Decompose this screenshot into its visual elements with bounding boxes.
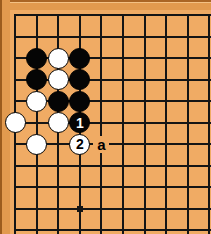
white-stone-move-2: 2 <box>69 134 90 155</box>
white-stone <box>26 134 47 155</box>
black-stone <box>26 48 47 69</box>
grid-line-horizontal <box>14 186 211 188</box>
grid-line-horizontal <box>14 36 211 38</box>
board-frame-top-edge <box>0 0 211 10</box>
white-stone <box>48 48 69 69</box>
grid-line-vertical <box>144 14 146 234</box>
black-stone <box>69 69 90 90</box>
white-stone <box>5 112 26 133</box>
grid-line-horizontal <box>14 165 211 167</box>
grid-line-horizontal <box>14 208 211 210</box>
grid-line-vertical <box>208 14 210 234</box>
grid-line-vertical <box>187 14 189 234</box>
grid-line-vertical <box>165 14 167 234</box>
white-stone <box>48 69 69 90</box>
black-stone <box>69 91 90 112</box>
grid-line-horizontal <box>14 122 211 124</box>
grid-line-vertical <box>122 14 124 234</box>
black-stone <box>48 91 69 112</box>
black-stone-move-1: 1 <box>69 112 90 133</box>
label-point-a: a <box>93 136 109 153</box>
black-stone <box>69 48 90 69</box>
star-point <box>77 206 83 212</box>
white-stone <box>26 91 47 112</box>
go-board-diagram: a12 <box>0 0 211 234</box>
grid-line-vertical <box>100 14 102 234</box>
grid-line-horizontal <box>14 14 211 16</box>
white-stone <box>48 112 69 133</box>
black-stone <box>26 69 47 90</box>
grid-line-horizontal <box>14 229 211 231</box>
